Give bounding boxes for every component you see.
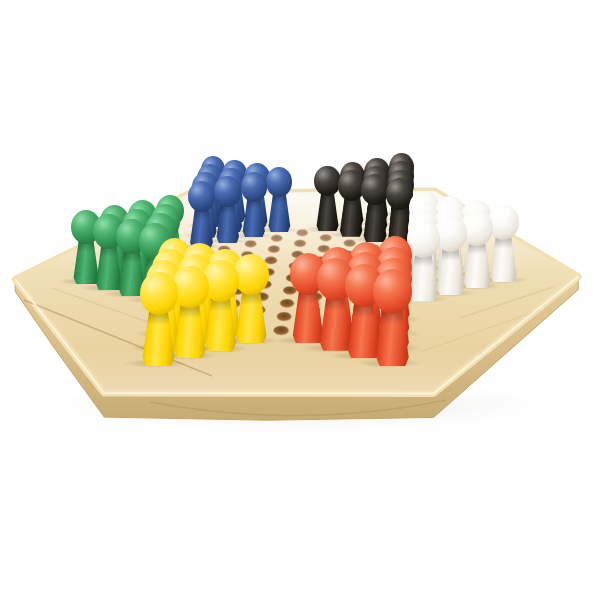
peg-yellow[interactable] <box>137 272 179 367</box>
peg-blue[interactable] <box>213 176 243 243</box>
peg-head <box>214 176 241 207</box>
chinese-checkers-scene <box>0 0 600 600</box>
peg-blue[interactable] <box>239 172 268 238</box>
peg-body <box>268 193 291 232</box>
peg-head <box>241 172 267 202</box>
peg-red[interactable] <box>371 269 414 366</box>
pieces-layer <box>0 0 600 600</box>
peg-head <box>188 181 215 212</box>
peg-head <box>140 272 178 315</box>
peg-body <box>242 198 266 237</box>
peg-body <box>142 309 176 366</box>
peg-blue[interactable] <box>265 167 294 232</box>
peg-body <box>216 203 240 243</box>
peg-head <box>266 167 292 197</box>
peg-head <box>373 269 412 314</box>
peg-body <box>375 308 410 366</box>
